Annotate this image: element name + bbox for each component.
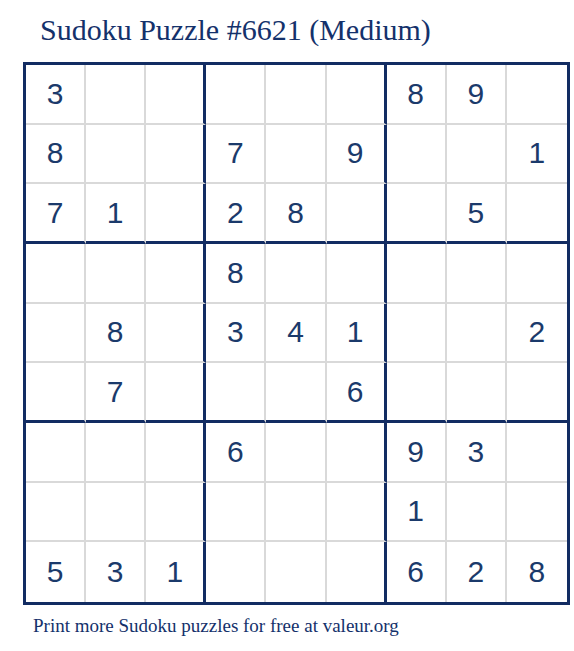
cell-r9c6	[327, 542, 387, 602]
cell-r8c7: 1	[387, 483, 447, 543]
cell-r7c2	[86, 423, 146, 483]
cell-r9c9: 8	[507, 542, 567, 602]
cell-r3c7	[387, 184, 447, 244]
cell-r8c1	[26, 483, 86, 543]
cell-r2c5	[266, 125, 326, 185]
cell-r7c4: 6	[206, 423, 266, 483]
cell-r5c5: 4	[266, 304, 326, 364]
cell-r2c9: 1	[507, 125, 567, 185]
cell-r4c8	[447, 244, 507, 304]
cell-r2c7	[387, 125, 447, 185]
cell-r1c7: 8	[387, 65, 447, 125]
cell-r8c3	[146, 483, 206, 543]
cell-r3c5: 8	[266, 184, 326, 244]
cell-r3c2: 1	[86, 184, 146, 244]
cell-r6c2: 7	[86, 363, 146, 423]
cell-r7c9	[507, 423, 567, 483]
cell-r7c1	[26, 423, 86, 483]
cell-r8c8	[447, 483, 507, 543]
cell-r9c2: 3	[86, 542, 146, 602]
cell-r4c9	[507, 244, 567, 304]
cell-r9c3: 1	[146, 542, 206, 602]
cell-r4c3	[146, 244, 206, 304]
cell-r5c3	[146, 304, 206, 364]
cell-r2c6: 9	[327, 125, 387, 185]
cell-r7c5	[266, 423, 326, 483]
cell-r7c6	[327, 423, 387, 483]
cell-r2c1: 8	[26, 125, 86, 185]
cell-r4c4: 8	[206, 244, 266, 304]
cell-r6c8	[447, 363, 507, 423]
cell-r6c4	[206, 363, 266, 423]
cell-r6c9	[507, 363, 567, 423]
cell-r7c3	[146, 423, 206, 483]
cell-r3c4: 2	[206, 184, 266, 244]
cell-r2c3	[146, 125, 206, 185]
cell-r3c8: 5	[447, 184, 507, 244]
cell-r9c4	[206, 542, 266, 602]
cell-r1c3	[146, 65, 206, 125]
page: Sudoku Puzzle #6621 (Medium) 38987917128…	[0, 0, 574, 651]
cell-r9c8: 2	[447, 542, 507, 602]
cell-r6c1	[26, 363, 86, 423]
cell-r5c4: 3	[206, 304, 266, 364]
cell-r2c2	[86, 125, 146, 185]
cell-r4c1	[26, 244, 86, 304]
cell-r2c8	[447, 125, 507, 185]
cell-r6c3	[146, 363, 206, 423]
cell-r5c7	[387, 304, 447, 364]
cell-r6c5	[266, 363, 326, 423]
page-title: Sudoku Puzzle #6621 (Medium)	[40, 13, 431, 47]
cell-r1c6	[327, 65, 387, 125]
cell-r6c6: 6	[327, 363, 387, 423]
cell-r1c1: 3	[26, 65, 86, 125]
cell-r5c8	[447, 304, 507, 364]
cell-r8c4	[206, 483, 266, 543]
cell-r1c4	[206, 65, 266, 125]
cell-r8c6	[327, 483, 387, 543]
cell-r9c5	[266, 542, 326, 602]
cell-r9c7: 6	[387, 542, 447, 602]
cell-r5c9: 2	[507, 304, 567, 364]
cell-r4c6	[327, 244, 387, 304]
cell-r5c2: 8	[86, 304, 146, 364]
cell-r4c2	[86, 244, 146, 304]
cell-r7c8: 3	[447, 423, 507, 483]
cell-r8c2	[86, 483, 146, 543]
cell-r3c3	[146, 184, 206, 244]
cell-r1c8: 9	[447, 65, 507, 125]
cell-r3c9	[507, 184, 567, 244]
cell-r1c2	[86, 65, 146, 125]
cell-r5c1	[26, 304, 86, 364]
cell-r9c1: 5	[26, 542, 86, 602]
cell-r4c5	[266, 244, 326, 304]
cell-r6c7	[387, 363, 447, 423]
cell-r2c4: 7	[206, 125, 266, 185]
cell-r1c5	[266, 65, 326, 125]
cell-r8c5	[266, 483, 326, 543]
cell-r7c7: 9	[387, 423, 447, 483]
cell-r3c6	[327, 184, 387, 244]
cell-r4c7	[387, 244, 447, 304]
sudoku-board: 389879171285883412766931531628	[23, 62, 570, 605]
footer-note: Print more Sudoku puzzles for free at va…	[33, 615, 399, 637]
cell-r3c1: 7	[26, 184, 86, 244]
cell-r8c9	[507, 483, 567, 543]
cell-r1c9	[507, 65, 567, 125]
cell-r5c6: 1	[327, 304, 387, 364]
